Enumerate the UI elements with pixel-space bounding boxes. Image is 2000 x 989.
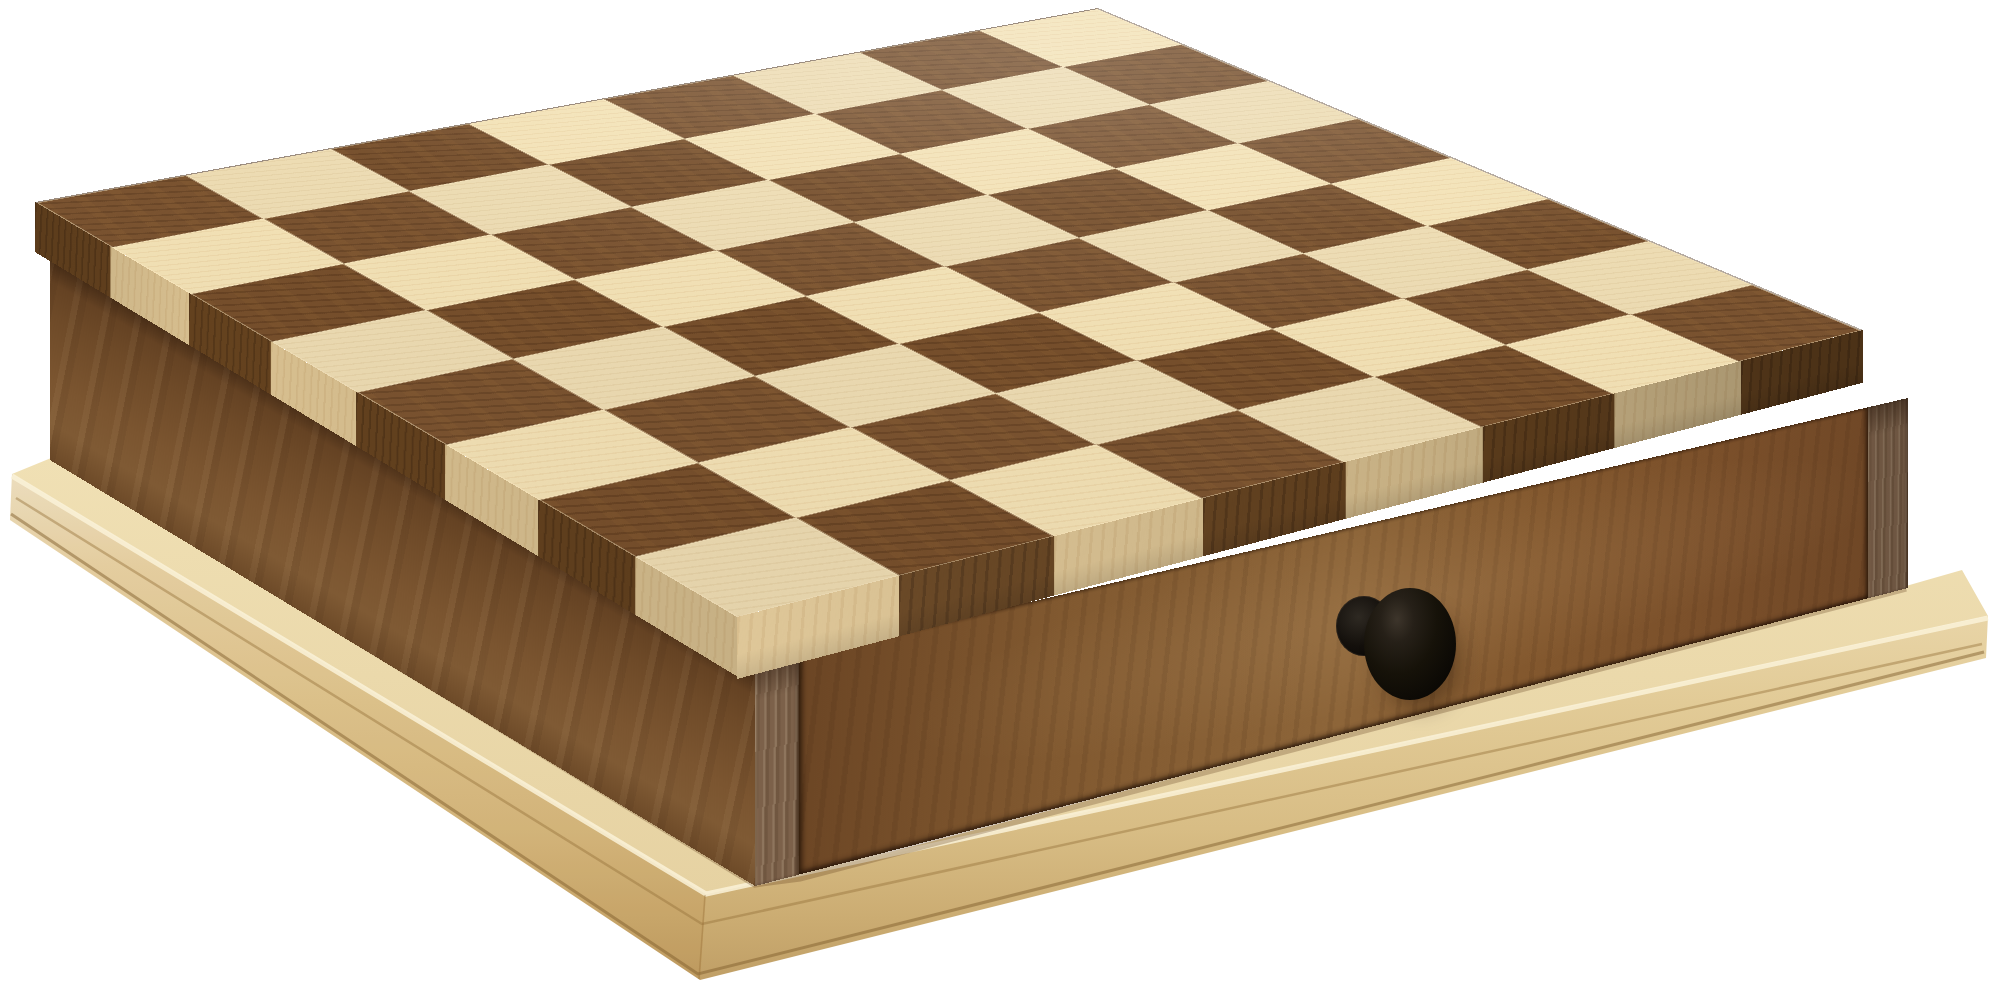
box-corner-post-south xyxy=(755,656,799,886)
knob-ball xyxy=(1364,588,1456,700)
drawer-knob xyxy=(1336,588,1460,704)
box-corner-post-east xyxy=(1868,398,1908,598)
chess-board-box-photo xyxy=(0,0,2000,989)
